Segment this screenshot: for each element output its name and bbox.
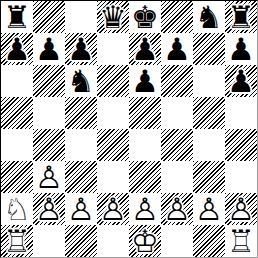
square-b5[interactable] (33, 97, 65, 129)
square-a5[interactable] (1, 97, 33, 129)
square-h6[interactable]: ♟ (225, 65, 257, 97)
square-a7[interactable]: ♟ (1, 33, 33, 65)
square-b3[interactable]: ♟♙ (33, 161, 65, 193)
piece-black-knight: ♞ (193, 1, 225, 33)
square-d6[interactable] (97, 65, 129, 97)
pawn-glyph: ♟ (33, 33, 65, 65)
square-e7[interactable]: ♟ (129, 33, 161, 65)
square-a4[interactable] (1, 129, 33, 161)
piece-black-pawn: ♟ (1, 33, 33, 65)
rook-outline: ♖ (225, 225, 257, 257)
square-b7[interactable]: ♟ (33, 33, 65, 65)
king-outline: ♔ (129, 225, 161, 257)
square-c8[interactable] (65, 1, 97, 33)
pawn-glyph: ♟ (1, 33, 33, 65)
square-b8[interactable] (33, 1, 65, 33)
chess-board: ♜♛♚♞♜♟♟♟♟♟♟♞♟♟♟♙♞♘♟♙♟♙♟♙♟♙♟♙♟♙♟♙♜♖♚♔♜♖ (0, 0, 258, 258)
piece-white-pawn: ♟♙ (161, 193, 193, 225)
knight-glyph: ♞ (193, 1, 225, 33)
square-g3[interactable] (193, 161, 225, 193)
piece-white-king: ♚♔ (129, 225, 161, 257)
pawn-glyph: ♟ (129, 33, 161, 65)
rook-glyph: ♜ (1, 1, 33, 33)
pawn-outline: ♙ (33, 193, 65, 225)
board-grid: ♜♛♚♞♜♟♟♟♟♟♟♞♟♟♟♙♞♘♟♙♟♙♟♙♟♙♟♙♟♙♟♙♜♖♚♔♜♖ (1, 1, 257, 257)
piece-white-pawn: ♟♙ (33, 161, 65, 193)
square-e8[interactable]: ♚ (129, 1, 161, 33)
piece-black-rook: ♜ (1, 1, 33, 33)
square-d4[interactable] (97, 129, 129, 161)
square-e5[interactable] (129, 97, 161, 129)
square-f5[interactable] (161, 97, 193, 129)
square-f6[interactable] (161, 65, 193, 97)
king-glyph: ♚ (129, 1, 161, 33)
square-e2[interactable]: ♟♙ (129, 193, 161, 225)
pawn-glyph: ♟ (65, 33, 97, 65)
pawn-glyph: ♟ (225, 33, 257, 65)
square-f1[interactable] (161, 225, 193, 257)
square-a3[interactable] (1, 161, 33, 193)
pawn-outline: ♙ (33, 161, 65, 193)
square-c2[interactable]: ♟♙ (65, 193, 97, 225)
square-c6[interactable]: ♞ (65, 65, 97, 97)
square-a2[interactable]: ♞♘ (1, 193, 33, 225)
square-h4[interactable] (225, 129, 257, 161)
square-g2[interactable]: ♟♙ (193, 193, 225, 225)
square-f3[interactable] (161, 161, 193, 193)
square-a8[interactable]: ♜ (1, 1, 33, 33)
knight-glyph: ♞ (65, 65, 97, 97)
square-b1[interactable] (33, 225, 65, 257)
piece-black-pawn: ♟ (129, 65, 161, 97)
piece-black-knight: ♞ (65, 65, 97, 97)
square-g5[interactable] (193, 97, 225, 129)
pawn-outline: ♙ (193, 193, 225, 225)
square-d8[interactable]: ♛ (97, 1, 129, 33)
piece-white-rook: ♜♖ (1, 225, 33, 257)
piece-white-pawn: ♟♙ (193, 193, 225, 225)
pawn-outline: ♙ (129, 193, 161, 225)
square-d1[interactable] (97, 225, 129, 257)
knight-outline: ♘ (1, 193, 33, 225)
piece-black-rook: ♜ (225, 1, 257, 33)
square-c7[interactable]: ♟ (65, 33, 97, 65)
square-h5[interactable] (225, 97, 257, 129)
piece-black-pawn: ♟ (225, 33, 257, 65)
piece-black-pawn: ♟ (129, 33, 161, 65)
square-e4[interactable] (129, 129, 161, 161)
square-h2[interactable]: ♟♙ (225, 193, 257, 225)
square-d5[interactable] (97, 97, 129, 129)
square-g4[interactable] (193, 129, 225, 161)
square-h8[interactable]: ♜ (225, 1, 257, 33)
square-g7[interactable] (193, 33, 225, 65)
piece-white-pawn: ♟♙ (97, 193, 129, 225)
square-h1[interactable]: ♜♖ (225, 225, 257, 257)
pawn-glyph: ♟ (161, 33, 193, 65)
square-f4[interactable] (161, 129, 193, 161)
piece-white-rook: ♜♖ (225, 225, 257, 257)
pawn-outline: ♙ (161, 193, 193, 225)
square-c1[interactable] (65, 225, 97, 257)
piece-white-pawn: ♟♙ (129, 193, 161, 225)
piece-white-pawn: ♟♙ (225, 193, 257, 225)
piece-white-pawn: ♟♙ (33, 193, 65, 225)
square-d3[interactable] (97, 161, 129, 193)
square-g6[interactable] (193, 65, 225, 97)
rook-glyph: ♜ (225, 1, 257, 33)
rook-outline: ♖ (1, 225, 33, 257)
square-b2[interactable]: ♟♙ (33, 193, 65, 225)
pawn-glyph: ♟ (225, 65, 257, 97)
piece-white-pawn: ♟♙ (65, 193, 97, 225)
pawn-glyph: ♟ (129, 65, 161, 97)
piece-black-pawn: ♟ (225, 65, 257, 97)
pawn-outline: ♙ (97, 193, 129, 225)
square-f2[interactable]: ♟♙ (161, 193, 193, 225)
square-c3[interactable] (65, 161, 97, 193)
piece-black-pawn: ♟ (33, 33, 65, 65)
square-f8[interactable] (161, 1, 193, 33)
square-a6[interactable] (1, 65, 33, 97)
square-b4[interactable] (33, 129, 65, 161)
square-e1[interactable]: ♚♔ (129, 225, 161, 257)
square-e3[interactable] (129, 161, 161, 193)
square-c4[interactable] (65, 129, 97, 161)
piece-black-pawn: ♟ (65, 33, 97, 65)
square-c5[interactable] (65, 97, 97, 129)
piece-white-knight: ♞♘ (1, 193, 33, 225)
queen-glyph: ♛ (97, 1, 129, 33)
square-h3[interactable] (225, 161, 257, 193)
square-a1[interactable]: ♜♖ (1, 225, 33, 257)
piece-black-pawn: ♟ (161, 33, 193, 65)
square-f7[interactable]: ♟ (161, 33, 193, 65)
pawn-outline: ♙ (225, 193, 257, 225)
square-d7[interactable] (97, 33, 129, 65)
piece-black-queen: ♛ (97, 1, 129, 33)
square-d2[interactable]: ♟♙ (97, 193, 129, 225)
square-g8[interactable]: ♞ (193, 1, 225, 33)
square-g1[interactable] (193, 225, 225, 257)
square-h7[interactable]: ♟ (225, 33, 257, 65)
square-b6[interactable] (33, 65, 65, 97)
square-e6[interactable]: ♟ (129, 65, 161, 97)
pawn-outline: ♙ (65, 193, 97, 225)
piece-black-king: ♚ (129, 1, 161, 33)
